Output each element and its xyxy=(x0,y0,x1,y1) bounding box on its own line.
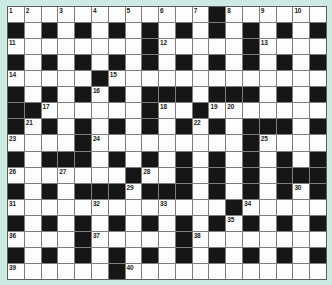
letter-cell[interactable] xyxy=(25,184,41,199)
black-cell xyxy=(142,23,158,38)
letter-cell[interactable] xyxy=(159,23,175,38)
letter-cell[interactable] xyxy=(159,168,175,183)
letter-cell[interactable] xyxy=(193,152,209,167)
letter-cell[interactable] xyxy=(42,39,58,54)
letter-cell[interactable] xyxy=(226,168,242,183)
letter-cell[interactable] xyxy=(142,135,158,150)
letter-cell[interactable] xyxy=(243,103,259,118)
clue-number: 17 xyxy=(43,103,50,110)
letter-cell[interactable] xyxy=(58,71,74,86)
black-cell xyxy=(243,23,259,38)
letter-cell[interactable] xyxy=(25,232,41,247)
letter-cell[interactable] xyxy=(293,232,309,247)
black-cell xyxy=(310,168,326,183)
letter-cell[interactable] xyxy=(243,7,259,22)
letter-cell[interactable] xyxy=(126,39,142,54)
letter-cell[interactable]: 10 xyxy=(293,7,309,22)
letter-cell[interactable]: 17 xyxy=(42,103,58,118)
clue-number: 36 xyxy=(9,232,16,239)
letter-cell[interactable] xyxy=(109,7,125,22)
letter-cell[interactable] xyxy=(126,55,142,70)
black-cell xyxy=(42,248,58,263)
letter-cell[interactable] xyxy=(25,71,41,86)
letter-cell[interactable] xyxy=(176,39,192,54)
black-cell xyxy=(109,248,125,263)
letter-cell[interactable] xyxy=(109,200,125,215)
clue-number: 29 xyxy=(127,184,134,191)
clue-number: 27 xyxy=(59,168,66,175)
letter-cell[interactable] xyxy=(193,184,209,199)
letter-cell[interactable]: 15 xyxy=(109,71,125,86)
letter-cell[interactable] xyxy=(260,264,276,279)
letter-cell[interactable] xyxy=(126,248,142,263)
letter-cell[interactable] xyxy=(209,39,225,54)
black-cell xyxy=(75,184,91,199)
letter-cell[interactable] xyxy=(159,55,175,70)
letter-cell[interactable]: 35 xyxy=(226,216,242,231)
black-cell xyxy=(277,87,293,102)
black-cell xyxy=(209,55,225,70)
letter-cell[interactable]: 38 xyxy=(193,232,209,247)
clue-number: 31 xyxy=(9,200,16,207)
black-cell xyxy=(58,152,74,167)
black-cell xyxy=(75,216,91,231)
black-cell xyxy=(209,184,225,199)
letter-cell[interactable] xyxy=(42,168,58,183)
letter-cell[interactable] xyxy=(58,200,74,215)
letter-cell[interactable] xyxy=(260,216,276,231)
letter-cell[interactable] xyxy=(75,200,91,215)
letter-cell[interactable] xyxy=(159,135,175,150)
letter-cell[interactable] xyxy=(58,103,74,118)
letter-cell[interactable] xyxy=(293,216,309,231)
letter-cell[interactable] xyxy=(243,264,259,279)
letter-cell[interactable] xyxy=(310,71,326,86)
black-cell xyxy=(310,248,326,263)
letter-cell[interactable] xyxy=(92,103,108,118)
letter-cell[interactable] xyxy=(193,87,209,102)
letter-cell[interactable]: 23 xyxy=(8,135,24,150)
letter-cell[interactable] xyxy=(58,55,74,70)
letter-cell[interactable] xyxy=(42,71,58,86)
letter-cell[interactable]: 11 xyxy=(8,39,24,54)
letter-cell[interactable] xyxy=(109,39,125,54)
letter-cell[interactable] xyxy=(25,216,41,231)
letter-cell[interactable] xyxy=(92,168,108,183)
letter-cell[interactable]: 26 xyxy=(8,168,24,183)
letter-cell[interactable] xyxy=(260,103,276,118)
letter-cell[interactable] xyxy=(126,200,142,215)
letter-cell[interactable]: 5 xyxy=(126,7,142,22)
letter-cell[interactable] xyxy=(25,39,41,54)
letter-cell[interactable] xyxy=(58,87,74,102)
letter-cell[interactable] xyxy=(310,264,326,279)
clue-number: 30 xyxy=(294,184,301,191)
letter-cell[interactable]: 2 xyxy=(25,7,41,22)
letter-cell[interactable]: 6 xyxy=(159,7,175,22)
clue-number: 6 xyxy=(160,7,163,14)
black-cell xyxy=(310,87,326,102)
black-cell xyxy=(209,87,225,102)
clue-number: 26 xyxy=(9,168,16,175)
black-cell xyxy=(277,184,293,199)
black-cell xyxy=(277,216,293,231)
black-cell xyxy=(243,87,259,102)
letter-cell[interactable] xyxy=(42,200,58,215)
letter-cell[interactable] xyxy=(126,216,142,231)
letter-cell[interactable] xyxy=(260,23,276,38)
letter-cell[interactable] xyxy=(109,232,125,247)
letter-cell[interactable]: 13 xyxy=(260,39,276,54)
letter-cell[interactable] xyxy=(58,184,74,199)
black-cell xyxy=(209,23,225,38)
clue-number: 35 xyxy=(227,216,234,223)
letter-cell[interactable]: 4 xyxy=(92,7,108,22)
letter-cell[interactable] xyxy=(142,200,158,215)
letter-cell[interactable] xyxy=(193,135,209,150)
letter-cell[interactable] xyxy=(193,71,209,86)
letter-cell[interactable]: 22 xyxy=(193,119,209,134)
letter-cell[interactable] xyxy=(293,71,309,86)
clue-number: 34 xyxy=(244,200,251,207)
letter-cell[interactable]: 32 xyxy=(92,200,108,215)
letter-cell[interactable] xyxy=(277,200,293,215)
black-cell xyxy=(142,55,158,70)
letter-cell[interactable]: 40 xyxy=(126,264,142,279)
black-cell xyxy=(142,39,158,54)
letter-cell[interactable] xyxy=(159,264,175,279)
letter-cell[interactable] xyxy=(209,200,225,215)
letter-cell[interactable] xyxy=(277,39,293,54)
letter-cell[interactable] xyxy=(293,87,309,102)
black-cell xyxy=(75,87,91,102)
letter-cell[interactable]: 14 xyxy=(8,71,24,86)
black-cell xyxy=(310,119,326,134)
letter-cell[interactable] xyxy=(293,103,309,118)
letter-cell[interactable] xyxy=(126,71,142,86)
letter-cell[interactable] xyxy=(176,264,192,279)
letter-cell[interactable] xyxy=(226,71,242,86)
letter-cell[interactable] xyxy=(42,7,58,22)
letter-cell[interactable] xyxy=(159,232,175,247)
letter-cell[interactable] xyxy=(310,103,326,118)
letter-cell[interactable] xyxy=(126,232,142,247)
letter-cell[interactable] xyxy=(260,152,276,167)
black-cell xyxy=(75,232,91,247)
letter-cell[interactable]: 8 xyxy=(226,7,242,22)
letter-cell[interactable] xyxy=(176,200,192,215)
black-cell xyxy=(109,216,125,231)
clue-number: 12 xyxy=(160,39,167,46)
letter-cell[interactable] xyxy=(42,232,58,247)
letter-cell[interactable] xyxy=(193,39,209,54)
letter-cell[interactable] xyxy=(226,135,242,150)
black-cell xyxy=(142,87,158,102)
letter-cell[interactable] xyxy=(109,168,125,183)
letter-cell[interactable] xyxy=(293,23,309,38)
letter-cell[interactable]: 24 xyxy=(92,135,108,150)
letter-cell[interactable]: 12 xyxy=(159,39,175,54)
black-cell xyxy=(8,87,24,102)
black-cell xyxy=(8,55,24,70)
letter-cell[interactable] xyxy=(75,71,91,86)
letter-cell[interactable] xyxy=(58,119,74,134)
letter-cell[interactable] xyxy=(209,232,225,247)
clue-number: 9 xyxy=(261,7,264,14)
letter-cell[interactable] xyxy=(277,232,293,247)
letter-cell[interactable] xyxy=(260,55,276,70)
black-cell xyxy=(75,119,91,134)
black-cell xyxy=(243,248,259,263)
letter-cell[interactable] xyxy=(226,55,242,70)
black-cell xyxy=(142,119,158,134)
letter-cell[interactable] xyxy=(92,152,108,167)
letter-cell[interactable] xyxy=(260,71,276,86)
letter-cell[interactable] xyxy=(25,248,41,263)
letter-cell[interactable] xyxy=(293,55,309,70)
black-cell xyxy=(8,248,24,263)
letter-cell[interactable] xyxy=(310,200,326,215)
letter-cell[interactable] xyxy=(75,168,91,183)
letter-cell[interactable] xyxy=(58,216,74,231)
letter-cell[interactable]: 3 xyxy=(58,7,74,22)
black-cell xyxy=(310,55,326,70)
letter-cell[interactable] xyxy=(25,23,41,38)
black-cell xyxy=(8,216,24,231)
letter-cell[interactable] xyxy=(209,71,225,86)
letter-cell[interactable]: 33 xyxy=(159,200,175,215)
black-cell xyxy=(277,168,293,183)
letter-cell[interactable]: 30 xyxy=(293,184,309,199)
black-cell xyxy=(176,248,192,263)
letter-cell[interactable] xyxy=(260,184,276,199)
letter-cell[interactable] xyxy=(226,248,242,263)
letter-cell[interactable] xyxy=(226,152,242,167)
letter-cell[interactable] xyxy=(293,135,309,150)
black-cell xyxy=(109,184,125,199)
letter-cell[interactable] xyxy=(92,264,108,279)
letter-cell[interactable] xyxy=(243,71,259,86)
letter-cell[interactable] xyxy=(109,135,125,150)
letter-cell[interactable] xyxy=(126,135,142,150)
letter-cell[interactable] xyxy=(310,135,326,150)
letter-cell[interactable] xyxy=(142,232,158,247)
black-cell xyxy=(310,216,326,231)
letter-cell[interactable] xyxy=(109,103,125,118)
letter-cell[interactable] xyxy=(75,39,91,54)
letter-cell[interactable]: 34 xyxy=(243,200,259,215)
letter-cell[interactable] xyxy=(226,119,242,134)
letter-cell[interactable]: 1 xyxy=(8,7,24,22)
letter-cell[interactable] xyxy=(176,71,192,86)
letter-cell[interactable] xyxy=(92,39,108,54)
clue-number: 10 xyxy=(294,7,301,14)
letter-cell[interactable] xyxy=(260,248,276,263)
black-cell xyxy=(92,71,108,86)
letter-cell[interactable] xyxy=(260,200,276,215)
letter-cell[interactable] xyxy=(58,135,74,150)
letter-cell[interactable] xyxy=(209,264,225,279)
clue-number: 20 xyxy=(227,103,234,110)
letter-cell[interactable] xyxy=(25,152,41,167)
letter-cell[interactable]: 36 xyxy=(8,232,24,247)
black-cell xyxy=(209,119,225,134)
letter-cell[interactable]: 29 xyxy=(126,184,142,199)
black-cell xyxy=(75,23,91,38)
letter-cell[interactable]: 9 xyxy=(260,7,276,22)
letter-cell[interactable] xyxy=(193,23,209,38)
letter-cell[interactable] xyxy=(92,55,108,70)
letter-cell[interactable]: 7 xyxy=(193,7,209,22)
letter-cell[interactable] xyxy=(193,216,209,231)
black-cell xyxy=(176,168,192,183)
letter-cell[interactable] xyxy=(176,7,192,22)
clue-number: 5 xyxy=(127,7,130,14)
letter-cell[interactable] xyxy=(25,55,41,70)
letter-cell[interactable] xyxy=(277,71,293,86)
letter-cell[interactable] xyxy=(310,232,326,247)
letter-cell[interactable] xyxy=(75,103,91,118)
letter-cell[interactable] xyxy=(260,87,276,102)
letter-cell[interactable] xyxy=(58,264,74,279)
letter-cell[interactable]: 39 xyxy=(8,264,24,279)
letter-cell[interactable] xyxy=(92,216,108,231)
letter-cell[interactable] xyxy=(58,232,74,247)
black-cell xyxy=(209,168,225,183)
letter-cell[interactable] xyxy=(193,264,209,279)
letter-cell[interactable] xyxy=(209,135,225,150)
letter-cell[interactable] xyxy=(58,248,74,263)
letter-cell[interactable] xyxy=(126,152,142,167)
letter-cell[interactable]: 21 xyxy=(25,119,41,134)
letter-cell[interactable]: 25 xyxy=(260,135,276,150)
letter-cell[interactable] xyxy=(159,152,175,167)
letter-cell[interactable] xyxy=(126,103,142,118)
black-cell xyxy=(75,135,91,150)
clue-number: 33 xyxy=(160,200,167,207)
letter-cell[interactable] xyxy=(293,39,309,54)
letter-cell[interactable] xyxy=(193,248,209,263)
clue-number: 14 xyxy=(9,71,16,78)
letter-cell[interactable] xyxy=(193,168,209,183)
letter-cell[interactable] xyxy=(176,135,192,150)
letter-cell[interactable] xyxy=(226,232,242,247)
letter-cell[interactable] xyxy=(277,264,293,279)
letter-cell[interactable] xyxy=(293,248,309,263)
letter-cell[interactable] xyxy=(75,264,91,279)
letter-cell[interactable] xyxy=(159,119,175,134)
letter-cell[interactable] xyxy=(92,23,108,38)
black-cell xyxy=(142,184,158,199)
black-cell xyxy=(260,119,276,134)
black-cell xyxy=(42,184,58,199)
letter-cell[interactable]: 31 xyxy=(8,200,24,215)
letter-cell[interactable] xyxy=(310,39,326,54)
black-cell xyxy=(193,103,209,118)
letter-cell[interactable] xyxy=(293,152,309,167)
letter-cell[interactable] xyxy=(92,119,108,134)
clue-number: 40 xyxy=(127,264,134,271)
letter-cell[interactable]: 19 xyxy=(209,103,225,118)
black-cell xyxy=(159,184,175,199)
letter-cell[interactable] xyxy=(176,103,192,118)
letter-cell[interactable] xyxy=(25,135,41,150)
letter-cell[interactable] xyxy=(92,248,108,263)
black-cell xyxy=(8,184,24,199)
black-cell xyxy=(42,216,58,231)
letter-cell[interactable]: 18 xyxy=(159,103,175,118)
letter-cell[interactable]: 37 xyxy=(92,232,108,247)
letter-cell[interactable] xyxy=(142,264,158,279)
letter-cell[interactable] xyxy=(126,87,142,102)
letter-cell[interactable] xyxy=(159,71,175,86)
letter-cell[interactable] xyxy=(193,55,209,70)
black-cell xyxy=(310,184,326,199)
letter-cell[interactable]: 27 xyxy=(58,168,74,183)
black-cell xyxy=(109,23,125,38)
letter-cell[interactable] xyxy=(260,232,276,247)
black-cell xyxy=(243,184,259,199)
black-cell xyxy=(176,216,192,231)
black-cell xyxy=(310,23,326,38)
letter-cell[interactable] xyxy=(293,264,309,279)
clue-number: 8 xyxy=(227,7,230,14)
black-cell xyxy=(243,135,259,150)
letter-cell[interactable] xyxy=(75,7,91,22)
letter-cell[interactable] xyxy=(159,248,175,263)
letter-cell[interactable]: 16 xyxy=(92,87,108,102)
letter-cell[interactable] xyxy=(277,103,293,118)
letter-cell[interactable] xyxy=(293,119,309,134)
black-cell xyxy=(226,200,242,215)
letter-cell[interactable] xyxy=(226,264,242,279)
black-cell xyxy=(142,103,158,118)
clue-number: 13 xyxy=(261,39,268,46)
letter-cell[interactable] xyxy=(42,135,58,150)
letter-cell[interactable] xyxy=(226,184,242,199)
black-cell xyxy=(142,216,158,231)
letter-cell[interactable] xyxy=(260,168,276,183)
letter-cell[interactable] xyxy=(226,23,242,38)
letter-cell[interactable] xyxy=(42,264,58,279)
letter-cell[interactable] xyxy=(58,23,74,38)
letter-cell[interactable] xyxy=(293,200,309,215)
letter-cell[interactable] xyxy=(142,71,158,86)
letter-cell[interactable] xyxy=(126,119,142,134)
letter-cell[interactable] xyxy=(277,135,293,150)
black-cell xyxy=(75,248,91,263)
letter-cell[interactable]: 28 xyxy=(142,168,158,183)
letter-cell[interactable] xyxy=(310,7,326,22)
letter-cell[interactable] xyxy=(25,264,41,279)
letter-cell[interactable] xyxy=(126,23,142,38)
letter-cell[interactable] xyxy=(226,39,242,54)
letter-cell[interactable] xyxy=(25,87,41,102)
letter-cell[interactable] xyxy=(58,39,74,54)
letter-cell[interactable] xyxy=(25,168,41,183)
letter-cell[interactable] xyxy=(193,200,209,215)
letter-cell[interactable] xyxy=(159,216,175,231)
clue-number: 24 xyxy=(93,135,100,142)
black-cell xyxy=(277,55,293,70)
letter-cell[interactable] xyxy=(25,200,41,215)
black-cell xyxy=(8,119,24,134)
letter-cell[interactable] xyxy=(277,7,293,22)
letter-cell[interactable] xyxy=(142,7,158,22)
letter-cell[interactable] xyxy=(243,232,259,247)
black-cell xyxy=(310,152,326,167)
letter-cell[interactable]: 20 xyxy=(226,103,242,118)
